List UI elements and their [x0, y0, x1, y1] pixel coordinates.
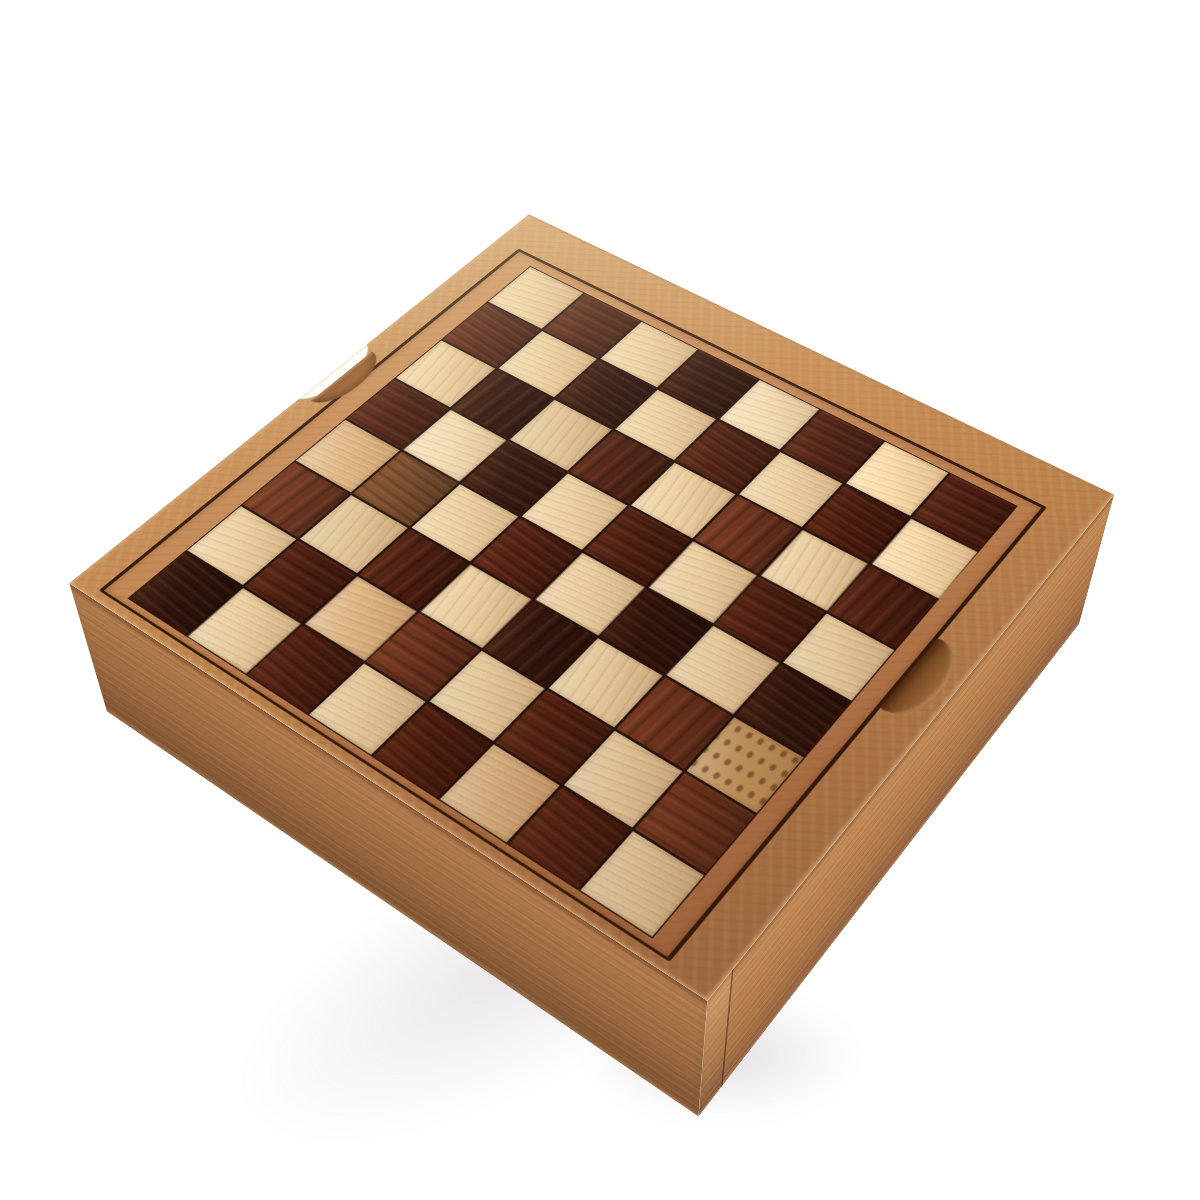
- board-square: [305, 576, 417, 660]
- product-photo: [0, 0, 1200, 1200]
- board-square: [736, 664, 850, 755]
- board-square: [509, 787, 631, 889]
- board-square: [483, 601, 595, 687]
- board-square: [616, 677, 731, 769]
- board-square: [359, 529, 468, 610]
- board-square: [714, 577, 824, 661]
- board-square: [366, 613, 479, 700]
- board-square: [309, 663, 425, 754]
- scene: [0, 0, 1200, 1200]
- box-top-face: [69, 214, 1114, 1001]
- board-square: [440, 744, 560, 842]
- board-square: [783, 613, 894, 700]
- board-square: [245, 540, 355, 622]
- board-square: [649, 541, 757, 623]
- board-square: [564, 731, 682, 828]
- board-square: [430, 651, 545, 741]
- board-square: [188, 588, 301, 673]
- board-square: [667, 626, 780, 714]
- board-square: [373, 703, 491, 798]
- board-square: [761, 530, 868, 611]
- wooden-box: [69, 214, 1114, 1001]
- board-square: [129, 552, 241, 634]
- board-square: [421, 565, 532, 648]
- board-square: [496, 690, 613, 783]
- board-square: [580, 831, 703, 937]
- board-square: [535, 553, 644, 635]
- board-square: [549, 638, 663, 727]
- board-square: [635, 773, 755, 873]
- board-square: [600, 589, 711, 674]
- board-square: [687, 717, 804, 813]
- board-square: [828, 565, 937, 648]
- board-square: [247, 625, 362, 713]
